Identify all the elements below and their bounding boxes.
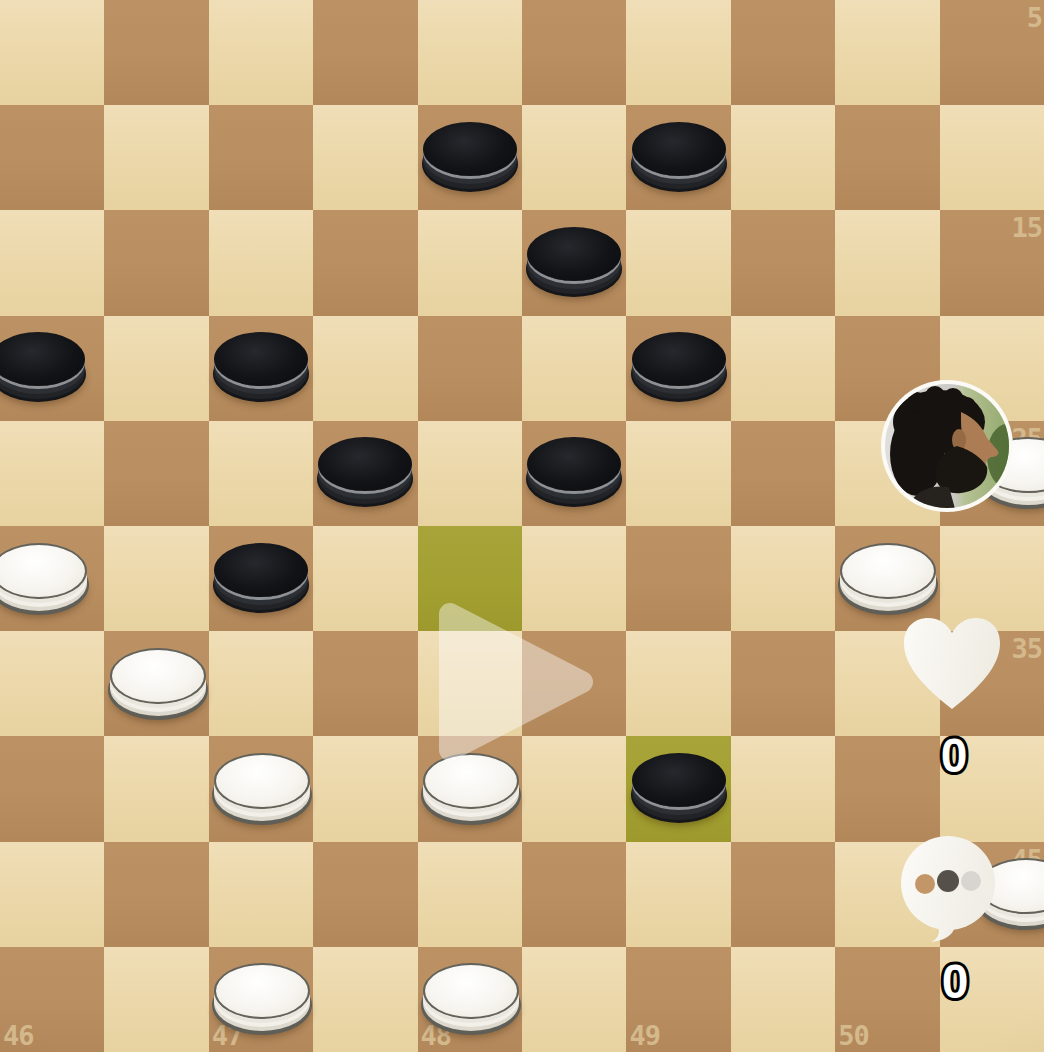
light-square-r7c3 [209,631,313,736]
light-square-r10c2 [104,947,208,1052]
square-9 [626,105,730,210]
square-27 [209,526,313,631]
light-square-r5c1 [0,421,104,526]
square-number-46: 46 [3,1022,34,1049]
square-23 [522,421,626,526]
bubble-dot-left [915,874,935,894]
draughts-board: 5152535454647484950 [0,0,1044,1052]
light-square-r1c9 [835,0,939,105]
square-48: 48 [418,947,522,1052]
light-square-r1c5 [418,0,522,105]
heart-icon [904,618,1000,709]
square-15: 15 [940,210,1044,315]
square-8 [418,105,522,210]
square-4 [731,0,835,105]
bubble-dot-right [961,871,981,891]
square-19 [626,316,730,421]
black-man-square-16 [0,332,85,386]
square-11 [104,210,208,315]
square-37 [209,736,313,841]
square-number-50: 50 [838,1022,869,1049]
square-10 [835,105,939,210]
square-number-5: 5 [1027,4,1042,31]
square-13 [522,210,626,315]
light-square-r4c6 [522,316,626,421]
square-47: 47 [209,947,313,1052]
light-square-r8c2 [104,736,208,841]
play-button[interactable] [430,598,598,766]
speech-bubble-icon [901,836,995,942]
square-number-35: 35 [1011,635,1042,662]
square-34 [731,631,835,736]
light-square-r6c4 [313,526,417,631]
black-man-square-13 [527,227,621,281]
white-man-square-30 [840,543,936,599]
light-square-r1c3 [209,0,313,105]
light-square-r3c7 [626,210,730,315]
light-square-r2c10 [940,105,1044,210]
light-square-r3c5 [418,210,522,315]
black-man-square-8 [423,122,517,176]
light-square-r1c7 [626,0,730,105]
like-button[interactable] [897,611,1007,717]
square-41 [104,842,208,947]
player-avatar[interactable] [877,376,1017,516]
square-number-48: 48 [421,1022,452,1049]
square-number-49: 49 [629,1022,660,1049]
square-42 [313,842,417,947]
square-16 [0,316,104,421]
light-square-r1c1 [0,0,104,105]
light-square-r9c1 [0,842,104,947]
square-43 [522,842,626,947]
black-man-square-23 [527,437,621,491]
square-36 [0,736,104,841]
light-square-r8c8 [731,736,835,841]
black-man-square-39 [632,753,726,807]
light-square-r10c6 [522,947,626,1052]
square-7 [209,105,313,210]
square-number-47: 47 [212,1022,243,1049]
light-square-r10c4 [313,947,417,1052]
square-14 [731,210,835,315]
square-31 [104,631,208,736]
square-24 [731,421,835,526]
square-22 [313,421,417,526]
white-man-square-26 [0,543,87,599]
black-man-square-17 [214,332,308,386]
white-man-square-48 [423,963,519,1019]
white-man-square-37 [214,753,310,809]
square-12 [313,210,417,315]
bubble-dot-middle [937,870,959,892]
like-count: 0 [922,726,986,784]
square-6 [0,105,104,210]
black-man-square-27 [214,543,308,597]
square-3 [522,0,626,105]
light-square-r4c4 [313,316,417,421]
light-square-r6c8 [731,526,835,631]
square-21 [104,421,208,526]
square-49: 49 [626,947,730,1052]
light-square-r5c5 [418,421,522,526]
light-square-r2c6 [522,105,626,210]
light-square-r3c1 [0,210,104,315]
square-32 [313,631,417,736]
black-man-square-22 [318,437,412,491]
comment-count: 0 [923,952,987,1010]
square-1 [104,0,208,105]
light-square-r9c3 [209,842,313,947]
light-square-r5c7 [626,421,730,526]
square-2 [313,0,417,105]
light-square-r4c2 [104,316,208,421]
square-17 [209,316,313,421]
svg-text:0: 0 [942,955,969,1008]
svg-text:0: 0 [941,729,968,782]
light-square-r4c8 [731,316,835,421]
light-square-r3c9 [835,210,939,315]
square-18 [418,316,522,421]
avatar-photo [877,376,1017,516]
square-44 [731,842,835,947]
light-square-r2c4 [313,105,417,210]
light-square-r2c8 [731,105,835,210]
light-square-r3c3 [209,210,313,315]
light-square-r7c1 [0,631,104,736]
square-26 [0,526,104,631]
comment-button[interactable] [897,835,1007,943]
square-29 [626,526,730,631]
light-square-r10c8 [731,947,835,1052]
square-46: 46 [0,947,104,1052]
black-man-square-19 [632,332,726,386]
light-square-r6c2 [104,526,208,631]
black-man-square-9 [632,122,726,176]
white-man-square-31 [110,648,206,704]
square-number-15: 15 [1011,214,1042,241]
white-man-square-47 [214,963,310,1019]
light-square-r2c2 [104,105,208,210]
square-39 [626,736,730,841]
square-5: 5 [940,0,1044,105]
light-square-r5c3 [209,421,313,526]
light-square-r8c4 [313,736,417,841]
light-square-r7c7 [626,631,730,736]
video-frame: 5152535454647484950 [0,0,1044,1052]
light-square-r9c7 [626,842,730,947]
light-square-r9c5 [418,842,522,947]
